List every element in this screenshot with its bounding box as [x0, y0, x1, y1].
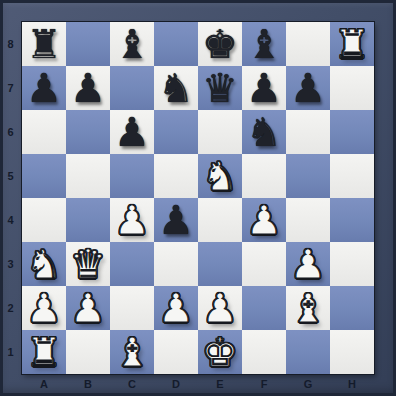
square-c1[interactable]: ♝ [110, 330, 154, 374]
square-d7[interactable]: ♞ [154, 66, 198, 110]
square-c4[interactable]: ♟ [110, 198, 154, 242]
square-b7[interactable]: ♟ [66, 66, 110, 110]
file-label-h: H [330, 374, 374, 396]
square-f2[interactable] [242, 286, 286, 330]
square-f8[interactable]: ♝ [242, 22, 286, 66]
square-b1[interactable] [66, 330, 110, 374]
square-f5[interactable] [242, 154, 286, 198]
square-c6[interactable]: ♟ [110, 110, 154, 154]
piece-white-pawn-b2[interactable]: ♟ [70, 286, 106, 330]
square-a2[interactable]: ♟ [22, 286, 66, 330]
square-g2[interactable]: ♝ [286, 286, 330, 330]
rank-label-7: 7 [0, 66, 21, 110]
square-h8[interactable]: ♜ [330, 22, 374, 66]
square-h3[interactable] [330, 242, 374, 286]
square-a3[interactable]: ♞ [22, 242, 66, 286]
square-f4[interactable]: ♟ [242, 198, 286, 242]
square-f3[interactable] [242, 242, 286, 286]
square-h6[interactable] [330, 110, 374, 154]
file-label-g: G [286, 374, 330, 396]
square-a5[interactable] [22, 154, 66, 198]
square-e5[interactable]: ♞ [198, 154, 242, 198]
square-d2[interactable]: ♟ [154, 286, 198, 330]
square-h5[interactable] [330, 154, 374, 198]
square-b5[interactable] [66, 154, 110, 198]
square-d5[interactable] [154, 154, 198, 198]
piece-white-pawn-a2[interactable]: ♟ [26, 286, 62, 330]
square-h7[interactable] [330, 66, 374, 110]
file-label-a: A [22, 374, 66, 396]
file-label-e: E [198, 374, 242, 396]
piece-white-pawn-f4[interactable]: ♟ [246, 198, 282, 242]
chess-board-frame: ♜♝♚♝♜♟♟♞♛♟♟♟♞♞♟♟♟♞♛♟♟♟♟♟♝♜♝♚ 87654321ABC… [0, 0, 396, 396]
square-a7[interactable]: ♟ [22, 66, 66, 110]
piece-black-pawn-b7[interactable]: ♟ [70, 66, 106, 110]
square-e7[interactable]: ♛ [198, 66, 242, 110]
piece-white-pawn-g3[interactable]: ♟ [290, 242, 326, 286]
square-h4[interactable] [330, 198, 374, 242]
square-c8[interactable]: ♝ [110, 22, 154, 66]
piece-black-bishop-f8[interactable]: ♝ [246, 22, 282, 66]
piece-black-queen-e7[interactable]: ♛ [202, 66, 238, 110]
square-g8[interactable] [286, 22, 330, 66]
file-label-d: D [154, 374, 198, 396]
square-a6[interactable] [22, 110, 66, 154]
piece-white-king-e1[interactable]: ♚ [202, 330, 238, 374]
piece-black-pawn-a7[interactable]: ♟ [26, 66, 62, 110]
square-e2[interactable]: ♟ [198, 286, 242, 330]
piece-white-pawn-d2[interactable]: ♟ [158, 286, 194, 330]
piece-black-pawn-f7[interactable]: ♟ [246, 66, 282, 110]
square-g7[interactable]: ♟ [286, 66, 330, 110]
piece-white-knight-e5[interactable]: ♞ [202, 154, 238, 198]
square-h2[interactable] [330, 286, 374, 330]
square-a8[interactable]: ♜ [22, 22, 66, 66]
rank-label-6: 6 [0, 110, 21, 154]
square-g5[interactable] [286, 154, 330, 198]
square-d1[interactable] [154, 330, 198, 374]
square-b6[interactable] [66, 110, 110, 154]
file-label-b: B [66, 374, 110, 396]
square-e1[interactable]: ♚ [198, 330, 242, 374]
file-label-c: C [110, 374, 154, 396]
piece-black-pawn-c6[interactable]: ♟ [114, 110, 150, 154]
square-c2[interactable] [110, 286, 154, 330]
piece-white-bishop-g2[interactable]: ♝ [290, 286, 326, 330]
square-g6[interactable] [286, 110, 330, 154]
square-a1[interactable]: ♜ [22, 330, 66, 374]
square-g3[interactable]: ♟ [286, 242, 330, 286]
square-d8[interactable] [154, 22, 198, 66]
rank-label-3: 3 [0, 242, 21, 286]
rank-label-2: 2 [0, 286, 21, 330]
square-c3[interactable] [110, 242, 154, 286]
square-f1[interactable] [242, 330, 286, 374]
rank-label-5: 5 [0, 154, 21, 198]
file-label-f: F [242, 374, 286, 396]
square-b3[interactable]: ♛ [66, 242, 110, 286]
square-d6[interactable] [154, 110, 198, 154]
piece-black-bishop-c8[interactable]: ♝ [114, 22, 150, 66]
square-e8[interactable]: ♚ [198, 22, 242, 66]
rank-label-8: 8 [0, 22, 21, 66]
piece-black-pawn-g7[interactable]: ♟ [290, 66, 326, 110]
piece-black-knight-f6[interactable]: ♞ [246, 110, 282, 154]
square-e4[interactable] [198, 198, 242, 242]
square-d4[interactable]: ♟ [154, 198, 198, 242]
piece-white-queen-b3[interactable]: ♛ [70, 242, 106, 286]
piece-white-pawn-e2[interactable]: ♟ [202, 286, 238, 330]
rank-label-1: 1 [0, 330, 21, 374]
square-a4[interactable] [22, 198, 66, 242]
square-f7[interactable]: ♟ [242, 66, 286, 110]
square-d3[interactable] [154, 242, 198, 286]
square-g4[interactable] [286, 198, 330, 242]
piece-white-pawn-c4[interactable]: ♟ [114, 198, 150, 242]
rank-label-4: 4 [0, 198, 21, 242]
chess-board: ♜♝♚♝♜♟♟♞♛♟♟♟♞♞♟♟♟♞♛♟♟♟♟♟♝♜♝♚ [22, 22, 374, 374]
square-c5[interactable] [110, 154, 154, 198]
square-e6[interactable] [198, 110, 242, 154]
square-f6[interactable]: ♞ [242, 110, 286, 154]
piece-black-pawn-d4[interactable]: ♟ [158, 198, 194, 242]
square-b2[interactable]: ♟ [66, 286, 110, 330]
square-e3[interactable] [198, 242, 242, 286]
piece-white-knight-a3[interactable]: ♞ [26, 242, 62, 286]
piece-black-rook-a8[interactable]: ♜ [26, 22, 62, 66]
square-b8[interactable] [66, 22, 110, 66]
piece-white-bishop-c1[interactable]: ♝ [114, 330, 150, 374]
square-h1[interactable] [330, 330, 374, 374]
piece-black-king-e8[interactable]: ♚ [202, 22, 238, 66]
piece-white-rook-h8[interactable]: ♜ [334, 22, 370, 66]
piece-black-knight-d7[interactable]: ♞ [158, 66, 194, 110]
square-g1[interactable] [286, 330, 330, 374]
square-c7[interactable] [110, 66, 154, 110]
square-b4[interactable] [66, 198, 110, 242]
piece-white-rook-a1[interactable]: ♜ [26, 330, 62, 374]
